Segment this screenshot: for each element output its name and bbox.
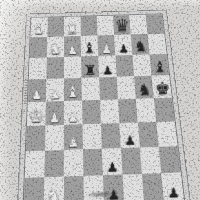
square-f2[interactable] <box>121 148 142 175</box>
square-e8[interactable] <box>97 16 114 36</box>
piece-white-king[interactable]: ♚ <box>28 107 44 125</box>
photo-scene: ♝♜♛♞♟♝♟♟♞♜♟♝♟♟♝♞♚♚♟♟♟♟♟♞♟♟ <box>0 0 200 200</box>
square-c3[interactable]: ♟ <box>64 124 83 150</box>
square-a1[interactable] <box>24 177 45 200</box>
square-h8[interactable] <box>146 14 165 34</box>
square-b7[interactable]: ♞ <box>47 36 64 57</box>
square-c7[interactable]: ♟ <box>64 36 81 57</box>
square-e7[interactable]: ♟ <box>97 35 115 56</box>
piece-white-pawn[interactable]: ♟ <box>49 88 60 100</box>
square-h4[interactable] <box>154 98 175 122</box>
square-b1[interactable]: ♞ <box>44 177 64 200</box>
square-h5[interactable]: ♚ <box>152 75 172 98</box>
square-c5[interactable]: ♝ <box>64 78 82 101</box>
square-e1[interactable]: ♟ <box>103 175 124 200</box>
piece-black-pawn[interactable]: ♟ <box>106 161 118 174</box>
square-d1[interactable] <box>83 175 104 200</box>
square-c4[interactable]: ♟ <box>64 101 82 125</box>
piece-black-pawn[interactable]: ♟ <box>108 188 120 200</box>
square-d4[interactable] <box>82 100 101 124</box>
square-a5[interactable]: ♟ <box>28 79 47 102</box>
piece-white-bishop[interactable]: ♝ <box>32 22 45 36</box>
piece-white-pawn[interactable]: ♟ <box>31 89 42 101</box>
square-e3[interactable] <box>101 123 121 149</box>
square-a6[interactable] <box>29 57 47 79</box>
piece-white-knight[interactable]: ♞ <box>49 42 62 57</box>
square-a4[interactable]: ♚ <box>27 102 46 126</box>
square-b2[interactable] <box>44 150 64 177</box>
square-f7[interactable]: ♟ <box>114 35 132 56</box>
square-c8[interactable]: ♜ <box>64 16 81 36</box>
square-b6[interactable] <box>46 57 64 79</box>
square-f5[interactable] <box>117 76 136 99</box>
square-b5[interactable]: ♟ <box>46 78 64 101</box>
square-h1[interactable]: ♟ <box>161 173 184 200</box>
square-h7[interactable] <box>148 34 167 55</box>
piece-black-bishop[interactable]: ♝ <box>153 60 167 75</box>
square-d7[interactable]: ♝ <box>81 36 99 57</box>
square-f4[interactable] <box>118 99 138 123</box>
square-h2[interactable] <box>159 146 181 173</box>
piece-white-pawn[interactable]: ♟ <box>101 43 112 55</box>
square-b8[interactable] <box>47 17 64 37</box>
square-g3[interactable] <box>138 122 159 148</box>
piece-white-bishop[interactable]: ♝ <box>66 85 80 100</box>
square-g2[interactable] <box>140 147 162 174</box>
piece-white-pawn[interactable]: ♟ <box>67 111 78 124</box>
square-g5[interactable]: ♞ <box>134 76 154 99</box>
square-d5[interactable] <box>82 77 100 100</box>
piece-black-queen[interactable]: ♛ <box>114 17 129 34</box>
piece-black-king[interactable]: ♚ <box>155 80 171 97</box>
square-e5[interactable] <box>99 77 118 100</box>
square-a7[interactable] <box>30 37 48 58</box>
square-a2[interactable] <box>25 151 45 178</box>
piece-black-pawn[interactable]: ♟ <box>167 186 179 200</box>
square-c1[interactable] <box>64 176 84 200</box>
piece-black-knight[interactable]: ♞ <box>138 83 152 98</box>
piece-black-pawn[interactable]: ♟ <box>118 43 129 55</box>
piece-black-bishop[interactable]: ♝ <box>83 41 96 56</box>
square-c2[interactable] <box>64 149 84 176</box>
square-b3[interactable] <box>45 125 64 151</box>
board-edge-scribble-mark <box>24 79 28 104</box>
square-e2[interactable]: ♟ <box>102 148 123 175</box>
square-a8[interactable]: ♝ <box>30 17 47 37</box>
piece-black-pawn[interactable]: ♟ <box>102 64 113 76</box>
square-g4[interactable] <box>136 98 156 122</box>
square-d8[interactable] <box>80 16 97 36</box>
square-f8[interactable]: ♛ <box>113 15 131 35</box>
square-f1[interactable] <box>122 174 144 200</box>
piece-white-pawn[interactable]: ♟ <box>67 44 78 56</box>
square-d6[interactable]: ♜ <box>81 56 99 78</box>
square-b4[interactable]: ♟ <box>45 101 64 125</box>
square-h6[interactable]: ♝ <box>150 54 170 76</box>
square-a3[interactable] <box>26 126 46 152</box>
square-f6[interactable] <box>115 55 134 77</box>
piece-black-knight[interactable]: ♞ <box>134 40 147 55</box>
piece-white-pawn[interactable]: ♟ <box>67 136 79 149</box>
square-e6[interactable]: ♟ <box>98 55 116 77</box>
square-c6[interactable] <box>64 56 82 78</box>
square-d2[interactable] <box>83 149 103 176</box>
piece-black-pawn[interactable]: ♟ <box>124 134 136 147</box>
square-g6[interactable] <box>132 54 151 76</box>
square-g8[interactable] <box>129 15 147 35</box>
square-g7[interactable]: ♞ <box>131 34 150 55</box>
square-e4[interactable] <box>100 99 119 123</box>
chess-board: ♝♜♛♞♟♝♟♟♞♜♟♝♟♟♝♞♚♚♟♟♟♟♟♞♟♟ <box>17 10 192 200</box>
piece-white-knight[interactable]: ♞ <box>46 187 62 200</box>
square-h3[interactable] <box>156 121 177 147</box>
board-squares-grid: ♝♜♛♞♟♝♟♟♞♜♟♝♟♟♝♞♚♚♟♟♟♟♟♞♟♟ <box>24 14 184 200</box>
piece-black-rook[interactable]: ♜ <box>84 63 97 77</box>
piece-white-pawn[interactable]: ♟ <box>49 112 60 125</box>
piece-white-rook[interactable]: ♜ <box>66 22 78 35</box>
square-d3[interactable] <box>82 124 101 150</box>
square-f3[interactable]: ♟ <box>119 123 139 149</box>
